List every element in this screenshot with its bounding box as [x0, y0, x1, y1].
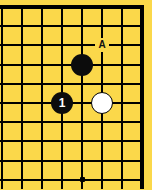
board-edge-right	[140, 170, 144, 189]
intersection	[132, 93, 152, 112]
grid-line-vertical	[81, 36, 83, 55]
intersection	[0, 36, 12, 55]
grid-line-vertical	[41, 151, 43, 170]
grid-line-vertical	[21, 151, 23, 170]
intersection	[92, 17, 112, 36]
intersection	[0, 55, 12, 74]
intersection	[112, 74, 132, 93]
intersection	[32, 93, 52, 112]
intersection	[72, 170, 92, 189]
grid-line-vertical	[61, 6, 63, 17]
intersection	[52, 132, 72, 151]
intersection	[32, 0, 52, 17]
grid-line-vertical	[1, 170, 3, 189]
grid-line-vertical	[121, 151, 123, 170]
grid-line-vertical	[61, 113, 63, 132]
intersection	[52, 170, 72, 189]
intersection	[52, 113, 72, 132]
intersection	[52, 55, 72, 74]
board-edge-right	[140, 132, 144, 151]
grid-line-vertical	[101, 74, 103, 93]
intersection	[12, 93, 32, 112]
board-edge-right	[140, 55, 144, 74]
board-edge-right	[140, 5, 144, 17]
intersection	[12, 17, 32, 36]
intersection	[132, 170, 152, 189]
intersection	[52, 36, 72, 55]
intersection	[112, 55, 132, 74]
grid-line-vertical	[1, 113, 3, 132]
board-edge-right	[140, 113, 144, 132]
intersection	[52, 74, 72, 93]
grid-line-vertical	[81, 74, 83, 93]
board-edge-right	[140, 93, 144, 112]
intersection	[32, 113, 52, 132]
grid-line-vertical	[121, 36, 123, 55]
intersection	[72, 74, 92, 93]
white-stone	[91, 92, 113, 114]
intersection	[12, 74, 32, 93]
grid-line-vertical	[81, 113, 83, 132]
intersection	[132, 55, 152, 74]
grid-line-vertical	[121, 74, 123, 93]
intersection	[112, 93, 132, 112]
grid-line-vertical	[121, 93, 123, 112]
grid-line-vertical	[21, 55, 23, 74]
intersection	[132, 113, 152, 132]
grid-line-vertical	[61, 36, 63, 55]
intersection	[112, 113, 132, 132]
grid-line-vertical	[21, 36, 23, 55]
intersection	[112, 151, 132, 170]
grid-line-vertical	[41, 113, 43, 132]
grid-line-vertical	[61, 170, 63, 189]
intersection	[12, 113, 32, 132]
intersection	[132, 36, 152, 55]
intersection	[92, 132, 112, 151]
intersection	[52, 0, 72, 17]
intersection	[32, 170, 52, 189]
board-edge-right	[140, 17, 144, 36]
intersection	[92, 74, 112, 93]
intersection	[12, 36, 32, 55]
grid-line-vertical	[81, 93, 83, 112]
intersection	[0, 132, 12, 151]
intersection	[72, 17, 92, 36]
intersection	[0, 74, 12, 93]
go-board: A1	[0, 0, 152, 189]
intersection	[92, 151, 112, 170]
intersection	[0, 93, 12, 112]
grid-line-vertical	[81, 132, 83, 151]
grid-line-vertical	[101, 132, 103, 151]
board-edge-right	[140, 36, 144, 55]
grid-line-vertical	[21, 132, 23, 151]
black-stone: 1	[51, 92, 73, 114]
intersection	[92, 113, 112, 132]
intersection	[32, 17, 52, 36]
intersection	[132, 0, 152, 17]
grid-line-vertical	[121, 55, 123, 74]
intersection	[32, 74, 52, 93]
board-edge-right	[140, 74, 144, 93]
grid-line-vertical	[61, 17, 63, 36]
intersection	[72, 132, 92, 151]
grid-line-vertical	[41, 93, 43, 112]
grid-line-vertical	[81, 17, 83, 36]
intersection	[32, 151, 52, 170]
intersection	[112, 170, 132, 189]
grid-line-vertical	[121, 113, 123, 132]
board-edge-right	[140, 151, 144, 170]
grid-line-vertical	[1, 17, 3, 36]
intersection	[32, 36, 52, 55]
grid-line-vertical	[1, 151, 3, 170]
grid-line-vertical	[21, 113, 23, 132]
grid-line-vertical	[81, 6, 83, 17]
grid-line-vertical	[21, 93, 23, 112]
intersection	[0, 113, 12, 132]
grid-line-vertical	[1, 132, 3, 151]
grid-line-vertical	[121, 170, 123, 189]
grid-line-vertical	[61, 55, 63, 74]
grid-line-vertical	[101, 17, 103, 36]
grid-line-vertical	[41, 17, 43, 36]
grid-line-vertical	[21, 17, 23, 36]
go-diagram: A1	[0, 0, 152, 190]
intersection	[72, 151, 92, 170]
grid-line-vertical	[101, 170, 103, 189]
grid-line-vertical	[21, 170, 23, 189]
grid-line-vertical	[41, 36, 43, 55]
grid-line-vertical	[101, 151, 103, 170]
intersection	[72, 93, 92, 112]
star-point	[80, 177, 85, 182]
intersection	[112, 36, 132, 55]
grid-line-vertical	[61, 151, 63, 170]
grid-line-vertical	[1, 55, 3, 74]
intersection	[92, 93, 112, 112]
intersection	[0, 17, 12, 36]
grid-line-vertical	[61, 74, 63, 93]
intersection	[132, 17, 152, 36]
intersection	[72, 55, 92, 74]
grid-line-vertical	[101, 113, 103, 132]
grid-line-vertical	[21, 6, 23, 17]
intersection	[72, 0, 92, 17]
intersection	[132, 132, 152, 151]
intersection	[12, 55, 32, 74]
grid-line-vertical	[41, 170, 43, 189]
move-number-label: 1	[59, 97, 66, 109]
intersection	[112, 0, 132, 17]
black-stone	[71, 54, 93, 76]
grid-line-vertical	[41, 55, 43, 74]
grid-line-vertical	[41, 132, 43, 151]
grid-line-vertical	[101, 55, 103, 74]
intersection	[92, 55, 112, 74]
grid-line-vertical	[1, 36, 3, 55]
grid-line-vertical	[121, 17, 123, 36]
intersection	[12, 0, 32, 17]
grid-line-vertical	[121, 132, 123, 151]
grid-line-vertical	[1, 6, 3, 17]
intersection	[0, 151, 12, 170]
grid-line-vertical	[1, 74, 3, 93]
intersection	[0, 170, 12, 189]
intersection	[32, 132, 52, 151]
intersection	[132, 74, 152, 93]
intersection	[72, 36, 92, 55]
intersection	[12, 151, 32, 170]
intersection	[132, 151, 152, 170]
intersection	[112, 132, 132, 151]
grid-line-vertical	[1, 93, 3, 112]
intersection	[0, 0, 12, 17]
grid-line-vertical	[81, 151, 83, 170]
grid-line-vertical	[41, 74, 43, 93]
intersection	[72, 113, 92, 132]
intersection	[52, 17, 72, 36]
intersection	[52, 151, 72, 170]
intersection	[92, 170, 112, 189]
grid-line-vertical	[121, 6, 123, 17]
grid-line-vertical	[101, 6, 103, 17]
point-label-a: A	[95, 38, 109, 52]
grid-line-vertical	[41, 6, 43, 17]
intersection	[112, 17, 132, 36]
intersection	[32, 55, 52, 74]
grid-line-vertical	[61, 132, 63, 151]
intersection: 1	[52, 93, 72, 112]
intersection	[12, 132, 32, 151]
intersection	[92, 0, 112, 17]
intersection	[12, 170, 32, 189]
grid-line-vertical	[21, 74, 23, 93]
intersection: A	[92, 36, 112, 55]
